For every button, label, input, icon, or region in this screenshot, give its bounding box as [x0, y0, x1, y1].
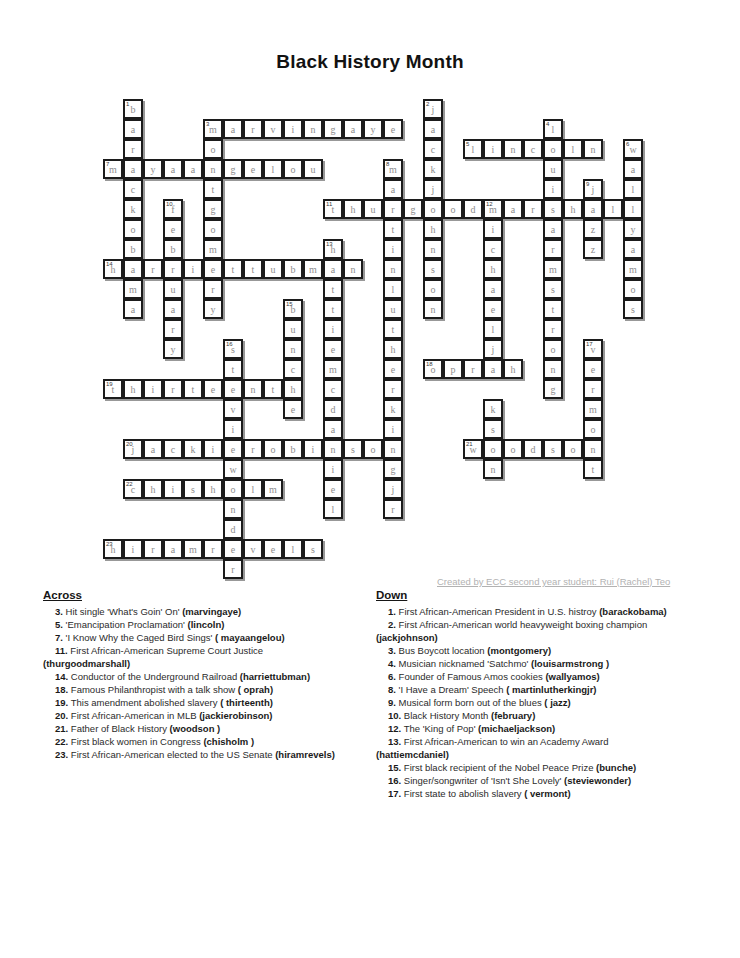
grid-cell-r6c5[interactable]: o: [203, 219, 223, 239]
grid-cell-r8c26[interactable]: m: [623, 259, 643, 279]
clue-answer: ( oprah): [238, 684, 273, 695]
grid-cell-r23c6[interactable]: r: [223, 559, 243, 579]
grid-cell-r16c19[interactable]: s: [483, 419, 503, 439]
clue-number: 13.: [388, 736, 401, 747]
cell-letter: l: [245, 483, 261, 496]
grid-cell-r1c9[interactable]: i: [283, 119, 303, 139]
grid-cell-r17c2[interactable]: a: [143, 439, 163, 459]
grid-cell-r17c14[interactable]: n: [383, 439, 403, 459]
cell-letter: n: [385, 263, 401, 276]
grid-cell-r5c1[interactable]: k: [123, 199, 143, 219]
grid-cell-r5c11[interactable]: 11t: [323, 199, 343, 219]
grid-cell-r5c19[interactable]: 12m: [483, 199, 503, 219]
cell-letter: a: [145, 443, 161, 456]
cell-letter: s: [305, 543, 321, 556]
grid-cell-r18c14[interactable]: g: [383, 459, 403, 479]
cell-letter: t: [105, 383, 121, 396]
cell-letter: r: [385, 503, 401, 516]
grid-cell-r10c22[interactable]: t: [543, 299, 563, 319]
grid-cell-r12c6[interactable]: 16s: [223, 339, 243, 359]
grid-cell-r7c24[interactable]: z: [583, 239, 603, 259]
clue-across-14: 14. Conductor of the Underground Railroa…: [43, 670, 379, 683]
grid-cell-r11c22[interactable]: r: [543, 319, 563, 339]
grid-cell-r1c12[interactable]: a: [343, 119, 363, 139]
grid-cell-r6c26[interactable]: y: [623, 219, 643, 239]
grid-cell-r5c21[interactable]: r: [523, 199, 543, 219]
grid-cell-r12c19[interactable]: j: [483, 339, 503, 359]
grid-cell-r18c19[interactable]: n: [483, 459, 503, 479]
clue-text: First state to abolish slavery: [401, 788, 524, 799]
grid-cell-r3c1[interactable]: a: [123, 159, 143, 179]
grid-cell-r8c14[interactable]: n: [383, 259, 403, 279]
clue-answer: (wallyamos): [545, 671, 599, 682]
grid-cell-r12c14[interactable]: h: [383, 339, 403, 359]
grid-cell-r7c22[interactable]: r: [543, 239, 563, 259]
grid-cell-r10c1[interactable]: a: [123, 299, 143, 319]
cell-letter: r: [545, 243, 561, 256]
cell-letter: v: [585, 343, 601, 356]
grid-cell-r10c26[interactable]: s: [623, 299, 643, 319]
grid-cell-r17c6[interactable]: e: [223, 439, 243, 459]
cell-letter: b: [285, 443, 301, 456]
clue-number: 14.: [55, 671, 68, 682]
cell-letter: a: [165, 543, 181, 556]
grid-cell-r2c23[interactable]: l: [563, 139, 583, 159]
grid-cell-r14c24[interactable]: r: [583, 379, 603, 399]
grid-cell-r8c8[interactable]: u: [263, 259, 283, 279]
grid-cell-r11c14[interactable]: t: [383, 319, 403, 339]
grid-cell-r3c2[interactable]: y: [143, 159, 163, 179]
grid-cell-r3c8[interactable]: l: [263, 159, 283, 179]
grid-cell-r22c4[interactable]: m: [183, 539, 203, 559]
cell-letter: a: [125, 163, 141, 176]
grid-cell-r22c8[interactable]: e: [263, 539, 283, 559]
grid-cell-r18c24[interactable]: t: [583, 459, 603, 479]
grid-cell-r7c16[interactable]: n: [423, 239, 443, 259]
cell-letter: l: [625, 183, 641, 196]
grid-cell-r19c5[interactable]: h: [203, 479, 223, 499]
grid-cell-r5c26[interactable]: l: [623, 199, 643, 219]
grid-cell-r5c20[interactable]: a: [503, 199, 523, 219]
grid-cell-r20c6[interactable]: n: [223, 499, 243, 519]
grid-cell-r8c16[interactable]: s: [423, 259, 443, 279]
grid-cell-r2c16[interactable]: c: [423, 139, 443, 159]
cell-letter: g: [205, 203, 221, 216]
cell-letter: n: [385, 443, 401, 456]
grid-cell-r15c19[interactable]: k: [483, 399, 503, 419]
grid-cell-r22c10[interactable]: s: [303, 539, 323, 559]
grid-cell-r10c19[interactable]: e: [483, 299, 503, 319]
grid-cell-r9c1[interactable]: m: [123, 279, 143, 299]
cell-letter: o: [425, 203, 441, 216]
grid-cell-r7c19[interactable]: c: [483, 239, 503, 259]
clue-text: 'Emancipation Proclamation': [63, 619, 188, 630]
grid-cell-r2c22[interactable]: o: [543, 139, 563, 159]
grid-cell-r6c3[interactable]: e: [163, 219, 183, 239]
across-clue-list: 3. Hit single 'What's Goin' On' (marving…: [43, 605, 379, 761]
grid-cell-r17c20[interactable]: o: [503, 439, 523, 459]
grid-cell-r19c14[interactable]: j: [383, 479, 403, 499]
grid-cell-r17c9[interactable]: b: [283, 439, 303, 459]
grid-cell-r17c13[interactable]: o: [363, 439, 383, 459]
cell-letter: m: [105, 163, 121, 176]
cell-letter: i: [305, 443, 321, 456]
grid-cell-r5c5[interactable]: g: [203, 199, 223, 219]
grid-cell-r13c24[interactable]: e: [583, 359, 603, 379]
grid-cell-r13c11[interactable]: m: [323, 359, 343, 379]
grid-cell-r16c11[interactable]: a: [323, 419, 343, 439]
grid-cell-r13c18[interactable]: r: [463, 359, 483, 379]
cell-letter: t: [225, 263, 241, 276]
grid-cell-r8c19[interactable]: h: [483, 259, 503, 279]
grid-cell-r6c19[interactable]: i: [483, 219, 503, 239]
grid-cell-r17c5[interactable]: i: [203, 439, 223, 459]
grid-cell-r10c9[interactable]: 15b: [283, 299, 303, 319]
grid-cell-r8c12[interactable]: n: [343, 259, 363, 279]
grid-cell-r4c16[interactable]: j: [423, 179, 443, 199]
grid-cell-r8c11[interactable]: a: [323, 259, 343, 279]
grid-cell-r22c7[interactable]: v: [243, 539, 263, 559]
clue-text: Founder of Famous Amos cookies: [396, 671, 545, 682]
grid-cell-r2c26[interactable]: 6w: [623, 139, 643, 159]
grid-cell-r9c3[interactable]: u: [163, 279, 183, 299]
grid-cell-r17c22[interactable]: s: [543, 439, 563, 459]
cell-letter: m: [185, 543, 201, 556]
grid-cell-r3c9[interactable]: o: [283, 159, 303, 179]
clue-answer: (louisarmstrong ): [531, 658, 609, 669]
grid-cell-r9c11[interactable]: t: [323, 279, 343, 299]
grid-cell-r5c18[interactable]: d: [463, 199, 483, 219]
grid-cell-r8c0[interactable]: 14h: [103, 259, 123, 279]
grid-cell-r1c1[interactable]: a: [123, 119, 143, 139]
cell-letter: c: [125, 183, 141, 196]
cell-letter: a: [185, 163, 201, 176]
grid-cell-r13c14[interactable]: e: [383, 359, 403, 379]
grid-cell-r8c3[interactable]: r: [163, 259, 183, 279]
grid-cell-r11c3[interactable]: r: [163, 319, 183, 339]
clue-answer: (woodson ): [170, 723, 221, 734]
grid-cell-r0c16[interactable]: 2j: [423, 99, 443, 119]
grid-cell-r14c5[interactable]: e: [203, 379, 223, 399]
cell-letter: o: [625, 283, 641, 296]
cell-letter: d: [525, 443, 541, 456]
grid-cell-r16c24[interactable]: o: [583, 419, 603, 439]
grid-cell-r22c6[interactable]: e: [223, 539, 243, 559]
grid-cell-r13c20[interactable]: h: [503, 359, 523, 379]
grid-cell-r3c26[interactable]: a: [623, 159, 643, 179]
grid-cell-r3c4[interactable]: a: [183, 159, 203, 179]
clue-text: Bus Boycott location: [396, 645, 487, 656]
grid-cell-r19c6[interactable]: o: [223, 479, 243, 499]
grid-cell-r3c16[interactable]: k: [423, 159, 443, 179]
grid-cell-r1c16[interactable]: a: [423, 119, 443, 139]
grid-cell-r19c7[interactable]: l: [243, 479, 263, 499]
cell-letter: a: [125, 303, 141, 316]
cell-letter: g: [225, 163, 241, 176]
grid-cell-r10c11[interactable]: t: [323, 299, 343, 319]
grid-cell-r3c5[interactable]: n: [203, 159, 223, 179]
grid-cell-r8c10[interactable]: m: [303, 259, 323, 279]
grid-cell-r10c16[interactable]: n: [423, 299, 443, 319]
grid-cell-r19c4[interactable]: s: [183, 479, 203, 499]
grid-cell-r15c6[interactable]: v: [223, 399, 243, 419]
clue-number: 6.: [388, 671, 396, 682]
cell-letter: l: [285, 543, 301, 556]
cell-letter: j: [385, 483, 401, 496]
grid-cell-r3c6[interactable]: g: [223, 159, 243, 179]
grid-cell-r14c6[interactable]: e: [223, 379, 243, 399]
grid-cell-r22c3[interactable]: a: [163, 539, 183, 559]
clue-down-6: 6. Founder of Famous Amos cookies (wally…: [376, 670, 736, 683]
cell-letter: e: [225, 443, 241, 456]
grid-cell-r14c2[interactable]: i: [143, 379, 163, 399]
cell-letter: n: [425, 243, 441, 256]
grid-cell-r2c5[interactable]: o: [203, 139, 223, 159]
grid-cell-r11c19[interactable]: l: [483, 319, 503, 339]
clue-across-19: 19. This amendment abolished slavery ( t…: [43, 696, 379, 709]
grid-cell-r19c3[interactable]: i: [163, 479, 183, 499]
clue-text: Musician nicknamed 'Satchmo': [396, 658, 531, 669]
cell-letter: y: [145, 163, 161, 176]
grid-cell-r22c2[interactable]: r: [143, 539, 163, 559]
clue-answer: (hattiemcdaniel): [376, 749, 449, 760]
grid-cell-r8c4[interactable]: i: [183, 259, 203, 279]
grid-cell-r3c0[interactable]: 7m: [103, 159, 123, 179]
grid-cell-r1c8[interactable]: v: [263, 119, 283, 139]
clue-number: 11.: [55, 645, 68, 656]
grid-cell-r12c22[interactable]: o: [543, 339, 563, 359]
grid-cell-r1c22[interactable]: 4l: [543, 119, 563, 139]
grid-cell-r10c3[interactable]: a: [163, 299, 183, 319]
grid-cell-r14c3[interactable]: r: [163, 379, 183, 399]
clue-text: Famous Philanthropist with a talk show: [68, 684, 238, 695]
grid-cell-r7c5[interactable]: m: [203, 239, 223, 259]
grid-cell-r12c9[interactable]: n: [283, 339, 303, 359]
grid-cell-r1c11[interactable]: g: [323, 119, 343, 139]
grid-cell-r4c5[interactable]: t: [203, 179, 223, 199]
grid-cell-r14c7[interactable]: n: [243, 379, 263, 399]
grid-cell-r5c16[interactable]: o: [423, 199, 443, 219]
grid-cell-r2c20[interactable]: n: [503, 139, 523, 159]
grid-cell-r8c6[interactable]: t: [223, 259, 243, 279]
grid-cell-r10c5[interactable]: y: [203, 299, 223, 319]
grid-cell-r7c3[interactable]: b: [163, 239, 183, 259]
grid-cell-r14c22[interactable]: g: [543, 379, 563, 399]
grid-cell-r14c0[interactable]: 19t: [103, 379, 123, 399]
grid-cell-r9c26[interactable]: o: [623, 279, 643, 299]
grid-cell-r19c2[interactable]: h: [143, 479, 163, 499]
grid-cell-r20c14[interactable]: r: [383, 499, 403, 519]
grid-cell-r5c17[interactable]: o: [443, 199, 463, 219]
clue-down-13: 13. First African-American to win an Aca…: [376, 735, 736, 761]
grid-cell-r8c1[interactable]: a: [123, 259, 143, 279]
grid-cell-r7c11[interactable]: 13h: [323, 239, 343, 259]
grid-cell-r18c11[interactable]: i: [323, 459, 343, 479]
grid-cell-r2c1[interactable]: r: [123, 139, 143, 159]
grid-cell-r14c11[interactable]: c: [323, 379, 343, 399]
grid-cell-r8c5[interactable]: e: [203, 259, 223, 279]
grid-cell-r17c12[interactable]: s: [343, 439, 363, 459]
grid-cell-r22c5[interactable]: r: [203, 539, 223, 559]
cell-letter: m: [305, 263, 321, 276]
grid-cell-r12c11[interactable]: e: [323, 339, 343, 359]
grid-cell-r1c6[interactable]: a: [223, 119, 243, 139]
grid-cell-r4c14[interactable]: a: [383, 179, 403, 199]
grid-cell-r4c1[interactable]: c: [123, 179, 143, 199]
grid-cell-r3c10[interactable]: u: [303, 159, 323, 179]
grid-cell-r13c6[interactable]: t: [223, 359, 243, 379]
clue-text: 'I Know Why the Caged Bird Sings': [63, 632, 215, 643]
grid-cell-r11c11[interactable]: i: [323, 319, 343, 339]
grid-cell-r13c16[interactable]: 18o: [423, 359, 443, 379]
grid-cell-r5c13[interactable]: u: [363, 199, 383, 219]
cell-letter: i: [325, 323, 341, 336]
grid-cell-r4c26[interactable]: l: [623, 179, 643, 199]
cell-letter: o: [205, 223, 221, 236]
grid-cell-r13c17[interactable]: p: [443, 359, 463, 379]
grid-cell-r3c3[interactable]: a: [163, 159, 183, 179]
grid-cell-r6c16[interactable]: h: [423, 219, 443, 239]
grid-cell-r2c24[interactable]: n: [583, 139, 603, 159]
grid-cell-r0c1[interactable]: 1b: [123, 99, 143, 119]
grid-cell-r8c7[interactable]: t: [243, 259, 263, 279]
grid-cell-r4c22[interactable]: i: [543, 179, 563, 199]
grid-cell-r1c13[interactable]: y: [363, 119, 383, 139]
grid-cell-r22c9[interactable]: l: [283, 539, 303, 559]
grid-cell-r13c19[interactable]: a: [483, 359, 503, 379]
grid-cell-r6c24[interactable]: z: [583, 219, 603, 239]
grid-cell-r16c14[interactable]: i: [383, 419, 403, 439]
cell-letter: i: [205, 443, 221, 456]
grid-cell-r17c23[interactable]: o: [563, 439, 583, 459]
grid-cell-r17c4[interactable]: k: [183, 439, 203, 459]
grid-cell-r1c5[interactable]: 3m: [203, 119, 223, 139]
grid-cell-r5c12[interactable]: h: [343, 199, 363, 219]
grid-cell-r3c14[interactable]: 8m: [383, 159, 403, 179]
grid-cell-r2c19[interactable]: i: [483, 139, 503, 159]
grid-cell-r6c1[interactable]: o: [123, 219, 143, 239]
grid-cell-r12c24[interactable]: 17v: [583, 339, 603, 359]
grid-cell-r14c1[interactable]: h: [123, 379, 143, 399]
grid-cell-r7c1[interactable]: b: [123, 239, 143, 259]
grid-cell-r17c1[interactable]: 20j: [123, 439, 143, 459]
grid-cell-r16c6[interactable]: i: [223, 419, 243, 439]
grid-cell-r18c6[interactable]: w: [223, 459, 243, 479]
cell-letter: a: [325, 263, 341, 276]
grid-cell-r15c24[interactable]: m: [583, 399, 603, 419]
grid-cell-r22c1[interactable]: i: [123, 539, 143, 559]
grid-cell-r5c23[interactable]: h: [563, 199, 583, 219]
grid-cell-r13c9[interactable]: c: [283, 359, 303, 379]
grid-cell-r13c22[interactable]: n: [543, 359, 563, 379]
grid-cell-r5c14[interactable]: r: [383, 199, 403, 219]
grid-cell-r20c11[interactable]: l: [323, 499, 343, 519]
grid-cell-r3c22[interactable]: u: [543, 159, 563, 179]
grid-cell-r19c1[interactable]: 22c: [123, 479, 143, 499]
clue-down-15: 15. First black recipient of the Nobel P…: [376, 761, 736, 774]
grid-cell-r5c24[interactable]: a: [583, 199, 603, 219]
grid-cell-r8c2[interactable]: r: [143, 259, 163, 279]
grid-cell-r8c9[interactable]: b: [283, 259, 303, 279]
grid-cell-r19c11[interactable]: e: [323, 479, 343, 499]
grid-cell-r7c26[interactable]: a: [623, 239, 643, 259]
grid-cell-r17c24[interactable]: n: [583, 439, 603, 459]
grid-cell-r5c22[interactable]: s: [543, 199, 563, 219]
grid-cell-r10c14[interactable]: u: [383, 299, 403, 319]
grid-cell-r9c16[interactable]: o: [423, 279, 443, 299]
clue-answer: (february): [491, 710, 535, 721]
grid-cell-r17c19[interactable]: o: [483, 439, 503, 459]
grid-cell-r21c6[interactable]: d: [223, 519, 243, 539]
cell-letter: a: [165, 163, 181, 176]
cell-letter: a: [485, 283, 501, 296]
grid-cell-r15c14[interactable]: k: [383, 399, 403, 419]
grid-cell-r17c7[interactable]: r: [243, 439, 263, 459]
grid-cell-r17c18[interactable]: 21w: [463, 439, 483, 459]
grid-cell-r1c14[interactable]: e: [383, 119, 403, 139]
grid-cell-r4c24[interactable]: 9j: [583, 179, 603, 199]
clue-answer: (steviewonder): [564, 775, 631, 786]
grid-cell-r14c14[interactable]: r: [383, 379, 403, 399]
grid-cell-r14c8[interactable]: t: [263, 379, 283, 399]
cell-letter: r: [225, 563, 241, 576]
grid-cell-r1c7[interactable]: r: [243, 119, 263, 139]
grid-cell-r17c10[interactable]: i: [303, 439, 323, 459]
grid-cell-r17c3[interactable]: c: [163, 439, 183, 459]
grid-cell-r1c10[interactable]: n: [303, 119, 323, 139]
cell-letter: n: [345, 263, 361, 276]
cell-letter: c: [165, 443, 181, 456]
page: { "title": "Black History Month", "attri…: [0, 0, 740, 958]
grid-cell-r12c3[interactable]: y: [163, 339, 183, 359]
grid-cell-r19c8[interactable]: m: [263, 479, 283, 499]
cell-letter: d: [225, 523, 241, 536]
grid-cell-r14c4[interactable]: t: [183, 379, 203, 399]
grid-cell-r11c9[interactable]: u: [283, 319, 303, 339]
cell-letter: b: [285, 303, 301, 316]
grid-cell-r9c19[interactable]: a: [483, 279, 503, 299]
grid-cell-r3c7[interactable]: e: [243, 159, 263, 179]
grid-cell-r17c8[interactable]: o: [263, 439, 283, 459]
grid-cell-r7c14[interactable]: i: [383, 239, 403, 259]
cell-letter: n: [225, 503, 241, 516]
grid-cell-r9c14[interactable]: l: [383, 279, 403, 299]
cell-letter: y: [205, 303, 221, 316]
grid-cell-r2c18[interactable]: 5l: [463, 139, 483, 159]
grid-cell-r15c9[interactable]: e: [283, 399, 303, 419]
grid-cell-r14c9[interactable]: h: [283, 379, 303, 399]
cell-letter: t: [245, 263, 261, 276]
grid-cell-r2c21[interactable]: c: [523, 139, 543, 159]
grid-cell-r6c14[interactable]: t: [383, 219, 403, 239]
grid-cell-r5c3[interactable]: 10f: [163, 199, 183, 219]
grid-cell-r5c25[interactable]: l: [603, 199, 623, 219]
grid-cell-r9c22[interactable]: s: [543, 279, 563, 299]
grid-cell-r6c22[interactable]: a: [543, 219, 563, 239]
grid-cell-r15c11[interactable]: d: [323, 399, 343, 419]
grid-cell-r5c15[interactable]: g: [403, 199, 423, 219]
grid-cell-r8c22[interactable]: m: [543, 259, 563, 279]
grid-cell-r17c11[interactable]: n: [323, 439, 343, 459]
cell-letter: m: [265, 483, 281, 496]
clue-down-3: 3. Bus Boycott location (montgomery): [376, 644, 736, 657]
cell-letter: g: [545, 383, 561, 396]
grid-cell-r17c21[interactable]: d: [523, 439, 543, 459]
cell-letter: n: [285, 343, 301, 356]
grid-cell-r22c0[interactable]: 23h: [103, 539, 123, 559]
grid-cell-r9c5[interactable]: r: [203, 279, 223, 299]
clue-answer: ( mayaangelou): [215, 632, 285, 643]
